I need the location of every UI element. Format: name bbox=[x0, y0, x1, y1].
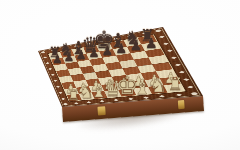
frame-ornament bbox=[63, 103, 68, 105]
brass-clasp-icon bbox=[178, 100, 185, 109]
square-d1 bbox=[104, 90, 121, 98]
square-g1 bbox=[148, 85, 168, 94]
square-a1 bbox=[67, 94, 82, 101]
product-photo: ♜♞♝♛♚♝♞♜♟♟♟♟♟♟♟♟♟♟♟♟♟♟♟♟♜♞♝♛♚♝♞♜ bbox=[0, 0, 240, 150]
chess-board bbox=[38, 27, 203, 107]
brass-hinge-icon bbox=[97, 106, 105, 115]
